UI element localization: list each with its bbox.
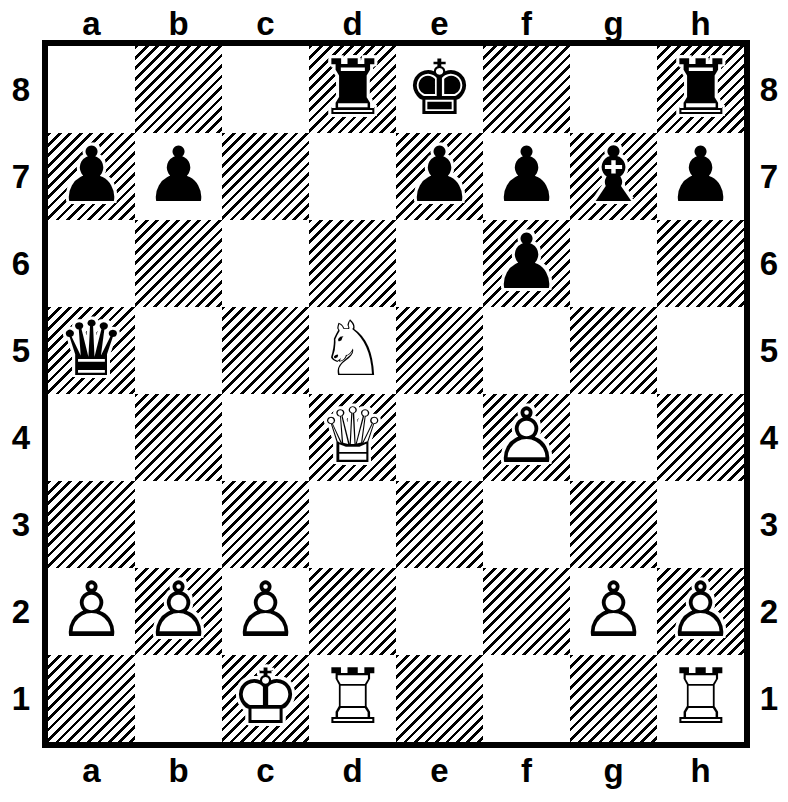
square-e4[interactable] [396,394,483,481]
rank-label-4: 4 [0,394,42,481]
white-pawn: ♟♙ [570,568,657,655]
white-rook: ♜♖ [657,655,744,742]
square-e2[interactable] [396,568,483,655]
black-queen: ♛♛ [48,307,135,394]
file-label-a: a [48,7,135,40]
square-g2[interactable]: ♟♙ [570,568,657,655]
square-h4[interactable] [657,394,744,481]
square-c5[interactable] [222,307,309,394]
square-e3[interactable] [396,481,483,568]
file-label-g: g [570,7,657,40]
square-a5[interactable]: ♛♛ [48,307,135,394]
square-f7[interactable]: ♟♟ [483,133,570,220]
square-d5[interactable]: ♞♘ [309,307,396,394]
rank-label-6: 6 [0,220,42,307]
square-b4[interactable] [135,394,222,481]
file-label-b: b [135,7,222,40]
square-a4[interactable] [48,394,135,481]
rank-label-8: 8 [750,46,788,133]
square-c6[interactable] [222,220,309,307]
square-g3[interactable] [570,481,657,568]
piece-glyph: ♟ [492,136,560,212]
square-a7[interactable]: ♟♟ [48,133,135,220]
piece-glyph: ♜ [666,49,734,125]
file-label-h: h [657,7,744,40]
piece-glyph: ♙ [231,571,299,647]
piece-glyph: ♙ [666,571,734,647]
square-a2[interactable]: ♟♙ [48,568,135,655]
white-knight: ♞♘ [309,307,396,394]
piece-glyph: ♛ [57,310,125,386]
rank-label-8: 8 [0,46,42,133]
piece-glyph: ♖ [318,658,386,734]
black-bishop: ♝♝ [570,133,657,220]
file-label-e: e [396,754,483,787]
square-d6[interactable] [309,220,396,307]
piece-glyph: ♙ [144,571,212,647]
square-c1[interactable]: ♚♔ [222,655,309,742]
square-f1[interactable] [483,655,570,742]
black-pawn: ♟♟ [396,133,483,220]
square-c7[interactable] [222,133,309,220]
rank-label-3: 3 [0,481,42,568]
chess-diagram: abcdefgh 87654321 ♜♜♚♚♜♜♟♟♟♟♟♟♟♟♝♝♟♟♟♟♛♛… [0,0,788,802]
white-pawn: ♟♙ [657,568,744,655]
square-h8[interactable]: ♜♜ [657,46,744,133]
piece-glyph: ♔ [231,658,299,734]
square-a1[interactable] [48,655,135,742]
rank-label-6: 6 [750,220,788,307]
black-pawn: ♟♟ [48,133,135,220]
square-d4[interactable]: ♛♕ [309,394,396,481]
piece-glyph: ♙ [579,571,647,647]
white-pawn: ♟♙ [135,568,222,655]
file-label-c: c [222,7,309,40]
square-h6[interactable] [657,220,744,307]
square-b8[interactable] [135,46,222,133]
square-f3[interactable] [483,481,570,568]
square-g4[interactable] [570,394,657,481]
file-label-a: a [48,754,135,787]
piece-glyph: ♟ [144,136,212,212]
square-d1[interactable]: ♜♖ [309,655,396,742]
square-e7[interactable]: ♟♟ [396,133,483,220]
chess-board: ♜♜♚♚♜♜♟♟♟♟♟♟♟♟♝♝♟♟♟♟♛♛♞♘♛♕♟♙♟♙♟♙♟♙♟♙♟♙♚♔… [42,40,750,748]
white-king: ♚♔ [222,655,309,742]
file-label-b: b [135,754,222,787]
file-labels-bottom: abcdefgh [48,748,744,802]
piece-glyph: ♟ [492,223,560,299]
piece-glyph: ♘ [318,310,386,386]
piece-glyph: ♙ [492,397,560,473]
square-h7[interactable]: ♟♟ [657,133,744,220]
square-b3[interactable] [135,481,222,568]
file-label-f: f [483,754,570,787]
square-b6[interactable] [135,220,222,307]
black-king: ♚♚ [396,46,483,133]
rank-label-3: 3 [750,481,788,568]
black-pawn: ♟♟ [483,220,570,307]
rank-label-2: 2 [0,568,42,655]
file-label-e: e [396,7,483,40]
black-pawn: ♟♟ [135,133,222,220]
square-h1[interactable]: ♜♖ [657,655,744,742]
board-band: 87654321 ♜♜♚♚♜♜♟♟♟♟♟♟♟♟♝♝♟♟♟♟♛♛♞♘♛♕♟♙♟♙♟… [0,40,788,748]
rank-label-4: 4 [750,394,788,481]
square-f5[interactable] [483,307,570,394]
square-e8[interactable]: ♚♚ [396,46,483,133]
square-b5[interactable] [135,307,222,394]
square-e5[interactable] [396,307,483,394]
black-rook: ♜♜ [309,46,396,133]
square-c8[interactable] [222,46,309,133]
square-f6[interactable]: ♟♟ [483,220,570,307]
black-pawn: ♟♟ [657,133,744,220]
square-f2[interactable] [483,568,570,655]
white-pawn: ♟♙ [48,568,135,655]
square-h2[interactable]: ♟♙ [657,568,744,655]
square-h5[interactable] [657,307,744,394]
piece-glyph: ♙ [57,571,125,647]
rank-label-1: 1 [0,655,42,742]
piece-glyph: ♝ [579,136,647,212]
piece-glyph: ♕ [318,397,386,473]
file-labels-top: abcdefgh [48,0,744,40]
rank-label-5: 5 [750,307,788,394]
file-label-f: f [483,7,570,40]
white-rook: ♜♖ [309,655,396,742]
square-a6[interactable] [48,220,135,307]
square-e1[interactable] [396,655,483,742]
white-pawn: ♟♙ [483,394,570,481]
square-g5[interactable] [570,307,657,394]
rank-labels-left: 87654321 [0,40,42,748]
square-b1[interactable] [135,655,222,742]
square-b2[interactable]: ♟♙ [135,568,222,655]
piece-glyph: ♟ [666,136,734,212]
rank-label-2: 2 [750,568,788,655]
square-c2[interactable]: ♟♙ [222,568,309,655]
square-c4[interactable] [222,394,309,481]
square-d7[interactable] [309,133,396,220]
white-queen: ♛♕ [309,394,396,481]
square-e6[interactable] [396,220,483,307]
piece-glyph: ♟ [57,136,125,212]
piece-glyph: ♖ [666,658,734,734]
rank-label-1: 1 [750,655,788,742]
rank-label-7: 7 [0,133,42,220]
square-g1[interactable] [570,655,657,742]
square-g7[interactable]: ♝♝ [570,133,657,220]
square-c3[interactable] [222,481,309,568]
file-label-d: d [309,754,396,787]
square-b7[interactable]: ♟♟ [135,133,222,220]
square-f4[interactable]: ♟♙ [483,394,570,481]
square-h3[interactable] [657,481,744,568]
square-g8[interactable] [570,46,657,133]
piece-glyph: ♟ [405,136,473,212]
rank-labels-right: 87654321 [750,40,788,748]
black-rook: ♜♜ [657,46,744,133]
black-pawn: ♟♟ [483,133,570,220]
file-label-h: h [657,754,744,787]
square-d3[interactable] [309,481,396,568]
rank-label-7: 7 [750,133,788,220]
square-f8[interactable] [483,46,570,133]
square-a8[interactable] [48,46,135,133]
rank-label-5: 5 [0,307,42,394]
square-a3[interactable] [48,481,135,568]
square-d2[interactable] [309,568,396,655]
square-d8[interactable]: ♜♜ [309,46,396,133]
square-g6[interactable] [570,220,657,307]
piece-glyph: ♜ [318,49,386,125]
file-label-g: g [570,754,657,787]
file-label-c: c [222,754,309,787]
file-label-d: d [309,7,396,40]
piece-glyph: ♚ [405,49,473,125]
white-pawn: ♟♙ [222,568,309,655]
